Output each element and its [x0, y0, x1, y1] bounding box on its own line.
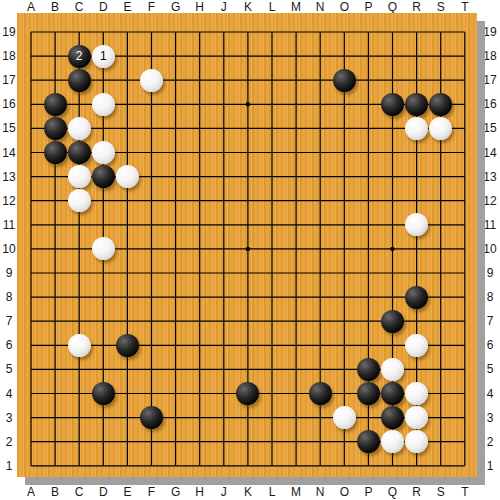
stone-white-D14[interactable] — [92, 141, 115, 164]
coord-top-D: D — [99, 0, 108, 14]
coord-right-10: 10 — [483, 242, 496, 256]
coord-left-6: 6 — [6, 338, 13, 352]
move-number-label: 1 — [100, 50, 107, 62]
coord-right-2: 2 — [487, 435, 494, 449]
coord-left-3: 3 — [6, 411, 13, 425]
coord-right-8: 8 — [487, 290, 494, 304]
stone-black-D4[interactable] — [92, 382, 115, 405]
coord-top-H: H — [195, 0, 204, 14]
star-point-Q10 — [390, 247, 394, 251]
coord-left-16: 16 — [2, 97, 15, 111]
coord-top-E: E — [123, 0, 131, 14]
stone-black-Q3[interactable] — [381, 406, 404, 429]
go-diagram: AABBCCDDEEFFGGHHJJKKLLMMNNOOPPQQRRSSTT19… — [0, 0, 500, 500]
coord-bottom-K: K — [244, 485, 252, 499]
stone-white-D16[interactable] — [92, 93, 115, 116]
coord-right-9: 9 — [487, 266, 494, 280]
stone-black-P4[interactable] — [357, 382, 380, 405]
stone-white-D18[interactable]: 1 — [92, 45, 115, 68]
coord-bottom-G: G — [171, 485, 180, 499]
stone-black-C18[interactable]: 2 — [68, 45, 91, 68]
coord-left-12: 12 — [2, 194, 15, 208]
coord-left-19: 19 — [2, 25, 15, 39]
coord-right-16: 16 — [483, 97, 496, 111]
stone-black-E6[interactable] — [116, 334, 139, 357]
coord-top-L: L — [269, 0, 276, 14]
stone-black-S16[interactable] — [429, 93, 452, 116]
coord-right-19: 19 — [483, 25, 496, 39]
coord-right-15: 15 — [483, 121, 496, 135]
coord-top-O: O — [340, 0, 349, 14]
coord-bottom-B: B — [51, 485, 59, 499]
coord-top-J: J — [221, 0, 227, 14]
coord-right-14: 14 — [483, 146, 496, 160]
coord-bottom-O: O — [340, 485, 349, 499]
coord-left-9: 9 — [6, 266, 13, 280]
stone-black-B14[interactable] — [44, 141, 67, 164]
coord-right-11: 11 — [484, 218, 496, 232]
coord-left-11: 11 — [3, 218, 15, 232]
coord-right-5: 5 — [487, 362, 494, 376]
stone-white-C6[interactable] — [68, 334, 91, 357]
stone-black-C17[interactable] — [68, 69, 91, 92]
coord-right-18: 18 — [483, 49, 496, 63]
coord-left-5: 5 — [6, 362, 13, 376]
coord-right-12: 12 — [483, 194, 496, 208]
stone-white-C12[interactable] — [68, 189, 91, 212]
coord-bottom-S: S — [437, 485, 445, 499]
stone-black-Q4[interactable] — [381, 382, 404, 405]
goban[interactable]: 21 — [17, 13, 477, 477]
coord-top-R: R — [412, 0, 421, 14]
stone-black-Q16[interactable] — [381, 93, 404, 116]
coord-left-13: 13 — [2, 170, 15, 184]
coord-top-F: F — [148, 0, 155, 14]
coord-left-18: 18 — [2, 49, 15, 63]
coord-bottom-R: R — [412, 485, 421, 499]
stone-black-P2[interactable] — [357, 430, 380, 453]
stone-white-R15[interactable] — [405, 117, 428, 140]
coord-top-M: M — [291, 0, 301, 14]
coord-top-B: B — [51, 0, 59, 14]
coord-top-T: T — [461, 0, 468, 14]
star-point-K10 — [246, 247, 250, 251]
coord-left-4: 4 — [6, 387, 13, 401]
coord-bottom-E: E — [123, 485, 131, 499]
coord-right-13: 13 — [483, 170, 496, 184]
coord-top-A: A — [27, 0, 35, 14]
coord-bottom-P: P — [364, 485, 372, 499]
stone-black-C14[interactable] — [68, 141, 91, 164]
coord-left-2: 2 — [6, 435, 13, 449]
coord-left-17: 17 — [2, 73, 15, 87]
coord-bottom-D: D — [99, 485, 108, 499]
move-number-label: 2 — [76, 50, 83, 62]
stone-white-C13[interactable] — [68, 165, 91, 188]
coord-bottom-J: J — [221, 485, 227, 499]
stone-black-B15[interactable] — [44, 117, 67, 140]
stone-white-R6[interactable] — [405, 334, 428, 357]
stone-white-Q5[interactable] — [381, 358, 404, 381]
coord-left-8: 8 — [6, 290, 13, 304]
coord-right-4: 4 — [487, 387, 494, 401]
star-point-K16 — [246, 102, 250, 106]
coord-bottom-L: L — [269, 485, 276, 499]
coord-left-10: 10 — [2, 242, 15, 256]
coord-bottom-A: A — [27, 485, 35, 499]
stone-black-F3[interactable] — [140, 406, 163, 429]
coord-left-1: 1 — [6, 459, 13, 473]
coord-bottom-F: F — [148, 485, 155, 499]
coord-top-S: S — [437, 0, 445, 14]
coord-bottom-Q: Q — [388, 485, 397, 499]
stone-black-D13[interactable] — [92, 165, 115, 188]
stone-black-Q7[interactable] — [381, 310, 404, 333]
stone-black-R8[interactable] — [405, 286, 428, 309]
coord-right-1: 1 — [487, 459, 494, 473]
coord-top-N: N — [316, 0, 325, 14]
coord-left-7: 7 — [6, 314, 13, 328]
coord-top-G: G — [171, 0, 180, 14]
coord-left-15: 15 — [2, 121, 15, 135]
coord-right-17: 17 — [483, 73, 496, 87]
stone-white-C15[interactable] — [68, 117, 91, 140]
stone-white-F17[interactable] — [140, 69, 163, 92]
coord-left-14: 14 — [2, 146, 15, 160]
coord-bottom-M: M — [291, 485, 301, 499]
coord-top-P: P — [364, 0, 372, 14]
stone-black-N4[interactable] — [309, 382, 332, 405]
stone-white-R4[interactable] — [405, 382, 428, 405]
stone-black-P5[interactable] — [357, 358, 380, 381]
coord-bottom-H: H — [195, 485, 204, 499]
coord-top-C: C — [75, 0, 84, 14]
coord-bottom-T: T — [461, 485, 468, 499]
coord-top-Q: Q — [388, 0, 397, 14]
coord-right-7: 7 — [487, 314, 494, 328]
stone-black-R16[interactable] — [405, 93, 428, 116]
coord-right-3: 3 — [487, 411, 494, 425]
coord-bottom-C: C — [75, 485, 84, 499]
coord-right-6: 6 — [487, 338, 494, 352]
stone-black-B16[interactable] — [44, 93, 67, 116]
stone-white-S15[interactable] — [429, 117, 452, 140]
stone-white-O3[interactable] — [333, 406, 356, 429]
coord-bottom-N: N — [316, 485, 325, 499]
stone-black-O17[interactable] — [333, 69, 356, 92]
stone-white-E13[interactable] — [116, 165, 139, 188]
coord-top-K: K — [244, 0, 252, 14]
